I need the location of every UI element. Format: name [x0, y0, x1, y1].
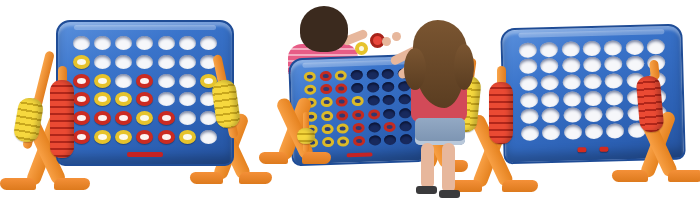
left-board-cell-r2c3-empty: [115, 55, 132, 69]
middle-board-cell-r6c4-red: [353, 136, 365, 146]
middle-board-cell-r1c2-red: [319, 71, 331, 81]
right-board-cell-r4c2-empty: [541, 92, 559, 107]
left-board-cell-r1c5-empty: [158, 36, 175, 50]
middle-photo-left-x-leg: [264, 96, 326, 164]
leg-foot: [0, 178, 36, 190]
middle-board-cell-r2c2-red: [320, 84, 332, 94]
middle-board-cell-r4c3-red: [336, 110, 348, 120]
middle-board-cell-r1c3-yellow: [335, 70, 347, 80]
middle-photo-yellow-rings-on-peg: [297, 128, 315, 144]
leg-foot: [259, 152, 288, 164]
right-board-cell-r4c4-empty: [584, 91, 602, 106]
middle-board-cell-r1c5-empty: [366, 69, 378, 79]
left-board-cell-r5c1-red: [73, 111, 90, 125]
right-board-cell-r1c7-empty: [647, 39, 665, 54]
left-board-cell-r1c1-empty: [73, 36, 90, 50]
middle-board-cell-r2c4-empty: [351, 83, 363, 93]
leg-foot: [239, 172, 271, 184]
left-board-cell-r6c5-red: [158, 130, 175, 144]
left-board-cell-r5c3-red: [115, 111, 132, 125]
dark-bob-hair: [300, 6, 348, 52]
right-board-cell-r5c4-empty: [584, 107, 602, 122]
girl-leg: [421, 143, 434, 189]
right-board-cell-r3c3-empty: [562, 74, 580, 89]
left-board-cell-r3c6-empty: [179, 74, 196, 88]
middle-board-cell-r1c4-empty: [351, 69, 363, 79]
right-board-cell-r1c4-empty: [583, 41, 601, 56]
left-board-cell-r6c7-empty: [200, 130, 217, 144]
right-board-cell-r2c2-empty: [540, 58, 558, 73]
left-board-cell-r4c1-red: [73, 92, 90, 106]
board-grid-left: [71, 34, 219, 146]
middle-board-cell-r2c3-red: [335, 83, 347, 93]
leg-foot: [190, 172, 222, 184]
sandal: [416, 186, 437, 194]
left-board-cell-r2c1-yellow: [73, 55, 90, 69]
left-board-cell-r3c5-empty: [158, 74, 175, 88]
left-board-cell-r1c2-empty: [94, 36, 111, 50]
middle-board-cell-r2c5-empty: [367, 82, 379, 92]
left-board-cell-r6c6-yellow: [179, 130, 196, 144]
right-board-cell-r3c4-empty: [583, 74, 601, 89]
middle-board-cell-r5c4-red: [352, 123, 364, 133]
middle-board-cell-r3c3-red: [336, 97, 348, 107]
left-board-cell-r1c7-empty: [200, 36, 217, 50]
right-board-cell-r2c1-empty: [519, 59, 537, 74]
left-board-cell-r1c3-empty: [115, 36, 132, 50]
left-board-cell-r3c1-red: [73, 74, 90, 88]
right-board-cell-r6c3-empty: [563, 124, 581, 139]
left-board-cell-r1c6-empty: [179, 36, 196, 50]
release-slider-left: [577, 147, 586, 152]
release-slider-right: [599, 147, 608, 152]
right-board-cell-r1c1-empty: [518, 42, 536, 57]
left-board-cell-r5c6-empty: [179, 111, 196, 125]
right-board-cell-r3c5-empty: [605, 73, 623, 88]
middle-board-cell-r4c4-red: [352, 109, 364, 119]
middle-board-cell-r6c5-empty: [369, 136, 381, 146]
middle-board-cell-r5c5-empty: [368, 122, 380, 132]
right-photo-red-ring-stack-left: [489, 82, 513, 144]
sandal: [439, 190, 460, 198]
right-board-cell-r2c3-empty: [562, 58, 580, 73]
middle-board-cell-r1c1-yellow: [303, 71, 315, 81]
middle-board-cell-r4c5-red: [368, 109, 380, 119]
left-board-cell-r4c2-yellow: [94, 92, 111, 106]
left-board-cell-r4c6-empty: [179, 92, 196, 106]
middle-board-cell-r3c4-yellow: [352, 96, 364, 106]
leg-foot: [302, 152, 331, 164]
right-board-cell-r5c2-empty: [541, 108, 559, 123]
right-board-cell-r1c6-empty: [625, 39, 643, 54]
leg-foot: [54, 178, 90, 190]
left-photo-red-ring-stack: [50, 80, 74, 158]
right-board-cell-r6c2-empty: [542, 125, 560, 140]
left-board-cell-r6c1-red: [73, 130, 90, 144]
middle-board-cell-r3c5-empty: [367, 96, 379, 106]
left-board-cell-r5c5-red: [158, 111, 175, 125]
leg-foot: [502, 180, 539, 192]
right-board-cell-r2c6-empty: [626, 56, 644, 71]
denim-shorts: [415, 118, 465, 145]
right-board-cell-r4c1-empty: [520, 92, 538, 107]
right-board-cell-r5c3-empty: [563, 108, 581, 123]
girl-hand: [382, 37, 391, 46]
right-board-cell-r1c2-empty: [540, 42, 558, 57]
leg-foot: [668, 170, 700, 182]
right-board-cell-r3c2-empty: [541, 75, 559, 90]
right-board-cell-r4c3-empty: [562, 91, 580, 106]
girl-leg: [442, 143, 455, 193]
left-board-cell-r6c3-yellow: [115, 130, 132, 144]
girl-hand: [392, 32, 401, 41]
middle-board-cell-r2c1-yellow: [304, 84, 316, 94]
left-board-cell-r2c4-empty: [136, 55, 153, 69]
yellow-disc-in-top-slot: [355, 42, 368, 55]
left-board-cell-r3c2-yellow: [94, 74, 111, 88]
girl-front-dropping-disc: [385, 18, 480, 210]
right-photo-red-ring-stack-right: [636, 75, 665, 133]
left-board-cell-r5c4-yellow: [136, 111, 153, 125]
left-board-cell-r4c4-red: [136, 92, 153, 106]
left-board-cell-r4c3-yellow: [115, 92, 132, 106]
right-board-cell-r2c5-empty: [604, 57, 622, 72]
middle-board-cell-r6c3-yellow: [337, 137, 349, 147]
right-board-cell-r6c4-empty: [585, 124, 603, 139]
left-board-cell-r3c4-red: [136, 74, 153, 88]
left-board-cell-r3c3-empty: [115, 74, 132, 88]
right-board-cell-r1c3-empty: [561, 41, 579, 56]
left-board-cell-r2c5-empty: [158, 55, 175, 69]
brand-label-strip: [127, 152, 163, 157]
connect4-board-left-filled: [56, 20, 234, 166]
left-board-cell-r2c6-empty: [179, 55, 196, 69]
middle-board-cell-r5c3-yellow: [337, 123, 349, 133]
left-board-cell-r5c2-red: [94, 111, 111, 125]
left-board-cell-r6c2-yellow: [94, 130, 111, 144]
product-photo-montage: [0, 0, 700, 222]
right-board-cell-r4c5-empty: [605, 90, 623, 105]
left-board-cell-r1c4-empty: [136, 36, 153, 50]
right-board-cell-r3c1-empty: [519, 76, 537, 91]
left-board-cell-r2c2-empty: [94, 55, 111, 69]
left-board-cell-r6c4-red: [136, 130, 153, 144]
right-board-cell-r1c5-empty: [604, 40, 622, 55]
brand-label-strip: [347, 153, 373, 158]
right-board-cell-r2c4-empty: [583, 57, 601, 72]
left-board-cell-r4c5-empty: [158, 92, 175, 106]
leg-foot: [612, 170, 649, 182]
